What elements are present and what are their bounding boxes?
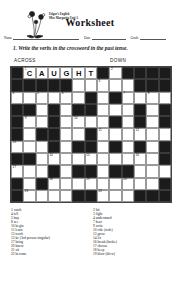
grid-cell[interactable] [23,165,35,177]
grid-cell[interactable]: 15 [85,153,97,165]
grid-cell[interactable] [72,178,84,190]
filled-letter: G [61,68,71,78]
clue-number: 5 [37,92,39,96]
block-cell [97,67,109,79]
block-cell [85,104,97,116]
block-cell [11,104,23,116]
grid-cell[interactable] [97,116,109,128]
clue-number: 7 [123,92,125,96]
block-cell [11,116,23,128]
grid-cell[interactable]: 12 [134,128,146,140]
grid-cell[interactable]: 13 [11,141,23,153]
block-cell [48,141,60,153]
block-cell [48,165,60,177]
block-cell [11,190,23,202]
clue-number: 12 [135,129,138,133]
grid-cell[interactable] [122,116,134,128]
block-cell [36,128,48,140]
grid-cell[interactable]: 2 [109,67,121,79]
block-cell [159,79,171,91]
grid-cell[interactable]: 3 [97,79,109,91]
clue-number: 15 [86,154,89,158]
block-cell [60,79,72,91]
block-cell [134,141,146,153]
grid-cell[interactable] [146,116,158,128]
grid-cell[interactable] [60,128,72,140]
grid-cell[interactable] [122,190,134,202]
grid-cell[interactable] [146,128,158,140]
grade-label: Grade [131,36,139,40]
worksheet-page: Edgar's English Miss Margarita Unit A Wo… [0,0,180,298]
clue-number: 22 [99,190,102,194]
across-clue-list: 1 catch4 tell5 buy8 see10 begin11 learn1… [11,208,89,256]
grid-cell[interactable]: 20 [122,178,134,190]
block-cell [72,165,84,177]
clue-number: 20 [123,178,126,182]
block-cell [134,79,146,91]
grid-cell[interactable] [122,128,134,140]
grid-cell[interactable] [97,104,109,116]
grid-cell[interactable] [23,92,35,104]
block-cell [146,79,158,91]
grid-cell[interactable] [159,92,171,104]
grid-cell[interactable] [48,190,60,202]
block-cell [122,67,134,79]
block-cell [159,153,171,165]
block-cell [72,141,84,153]
block-cell [85,165,97,177]
grid-cell[interactable]: 18 [48,178,60,190]
grid-cell[interactable] [97,178,109,190]
block-cell [159,104,171,116]
grid-cell[interactable] [60,153,72,165]
name-label: Name [4,36,12,40]
grid-cell[interactable] [97,92,109,104]
grid-cell[interactable] [36,153,48,165]
grid-cell[interactable] [72,79,84,91]
clue-number: 16 [135,154,138,158]
grid-cell[interactable] [60,104,72,116]
grid-cell[interactable] [109,190,121,202]
grid-cell[interactable] [146,153,158,165]
grid-cell[interactable]: A [36,67,48,79]
grid-cell[interactable] [72,92,84,104]
crossword-grid: 1CAUGHT234567891011121314151617181920212… [10,66,172,203]
block-cell [159,116,171,128]
block-cell [85,128,97,140]
grid-cell[interactable] [85,116,97,128]
block-cell [72,190,84,202]
grid-cell[interactable] [36,190,48,202]
grid-cell[interactable] [159,128,171,140]
page-title: Worksheet [0,17,180,28]
grid-cell[interactable] [60,165,72,177]
grid-cell[interactable] [146,141,158,153]
block-cell [146,190,158,202]
block-cell [23,104,35,116]
block-cell [11,178,23,190]
block-cell [159,141,171,153]
grid-cell[interactable] [146,104,158,116]
grid-cell[interactable]: G [60,67,72,79]
block-cell [48,104,60,116]
clue-number: 17 [13,166,16,170]
clue-number: 6 [62,92,64,96]
grid-cell[interactable]: U [48,67,60,79]
filled-letter: T [86,68,96,78]
grid-cell[interactable]: T [85,67,97,79]
block-cell [109,92,121,104]
grid-cell[interactable]: H [72,67,84,79]
filled-letter: A [37,68,47,78]
clue-line: 22 become [11,252,89,256]
grid-cell[interactable] [60,141,72,153]
block-cell [159,178,171,190]
grid-cell[interactable] [122,79,134,91]
grid-cell[interactable] [60,116,72,128]
grid-cell[interactable]: 17 [11,165,23,177]
grid-cell[interactable] [146,178,158,190]
block-cell [134,190,146,202]
clue-number: 19 [86,178,89,182]
grid-cell[interactable] [109,178,121,190]
grid-cell[interactable]: 6 [60,92,72,104]
grid-cell[interactable]: 9 [23,116,35,128]
block-cell [109,165,121,177]
down-clue-list: 2 hit3 light4 understand7 hear9 write10 … [93,208,173,256]
grid-cell[interactable]: 22 [97,190,109,202]
grid-cell[interactable] [122,104,134,116]
grid-cell[interactable]: 11 [97,128,109,140]
grid-cell[interactable] [109,104,121,116]
block-cell [48,128,60,140]
grid-cell[interactable] [134,165,146,177]
grid-cell[interactable] [109,79,121,91]
filled-letter: H [73,68,83,78]
grid-cell[interactable] [60,178,72,190]
clue-number: 13 [13,141,16,145]
grid-cell[interactable]: 4 [11,92,23,104]
grid-cell[interactable]: 21 [23,190,35,202]
block-cell [72,104,84,116]
grid-cell[interactable] [36,141,48,153]
grid-cell[interactable] [109,153,121,165]
block-cell [48,116,60,128]
clue-number: 2 [111,68,113,72]
block-cell [36,79,48,91]
name-date-grade-row: Name Date Grade [4,36,176,40]
block-cell [134,104,146,116]
block-cell [159,190,171,202]
block-cell [11,153,23,165]
block-cell [85,190,97,202]
block-cell [159,67,171,79]
grid-cell[interactable] [97,165,109,177]
name-blank-line[interactable] [13,36,79,40]
block-cell [48,79,60,91]
block-cell [122,165,134,177]
clue-number: 1 [25,68,27,72]
grid-cell[interactable] [134,178,146,190]
grid-cell[interactable] [146,165,158,177]
grid-cell[interactable]: 5 [36,92,48,104]
grid-cell[interactable]: 7 [122,92,134,104]
grid-cell[interactable]: 10 [72,116,84,128]
clue-number: 3 [99,80,101,84]
grid-cell[interactable] [36,116,48,128]
grade-blank-line[interactable] [140,36,166,40]
grid-cell[interactable] [109,128,121,140]
filled-letter: U [49,68,59,78]
block-cell [134,67,146,79]
grid-cell[interactable] [48,92,60,104]
block-cell [85,141,97,153]
grid-cell[interactable] [72,128,84,140]
clue-number: 14 [49,154,52,158]
grid-cell[interactable] [122,141,134,153]
block-cell [11,128,23,140]
grid-cell[interactable]: 16 [134,153,146,165]
grid-cell[interactable] [72,153,84,165]
clue-number: 8 [148,92,150,96]
clue-number: 21 [25,190,28,194]
grid-cell[interactable] [97,153,109,165]
grid-cell[interactable] [122,153,134,165]
block-cell [109,141,121,153]
clue-number: 18 [49,178,52,182]
grid-cell[interactable] [97,141,109,153]
grid-cell[interactable] [23,141,35,153]
clue-line: 19 blow (blew) [93,252,173,256]
grid-cell[interactable] [159,165,171,177]
grid-cell[interactable] [36,104,48,116]
grid-cell[interactable]: 8 [146,92,158,104]
block-cell [109,116,121,128]
block-cell [23,79,35,91]
block-cell [11,67,23,79]
grid-cell[interactable] [85,79,97,91]
grid-cell[interactable]: 19 [85,178,97,190]
block-cell [85,92,97,104]
grid-cell[interactable]: 1C [23,67,35,79]
grid-cell[interactable]: 14 [48,153,60,165]
grid-cell[interactable] [134,92,146,104]
clue-number: 10 [74,117,77,121]
block-cell [146,67,158,79]
across-label: ACROSS [14,58,36,63]
date-blank-line[interactable] [92,36,126,40]
block-cell [11,79,23,91]
block-cell [36,178,48,190]
block-cell [23,153,35,165]
instruction-text: 1. Write the verbs in the crossword in t… [13,45,128,51]
down-label: DOWN [110,58,126,63]
grid-cell[interactable] [23,128,35,140]
grid-cell[interactable] [36,165,48,177]
clue-number: 11 [99,129,102,133]
block-cell [134,116,146,128]
grid-cell[interactable] [23,178,35,190]
grid-cell[interactable] [60,190,72,202]
date-label: Date [84,36,90,40]
clue-number: 4 [13,92,15,96]
clue-number: 9 [25,117,27,121]
